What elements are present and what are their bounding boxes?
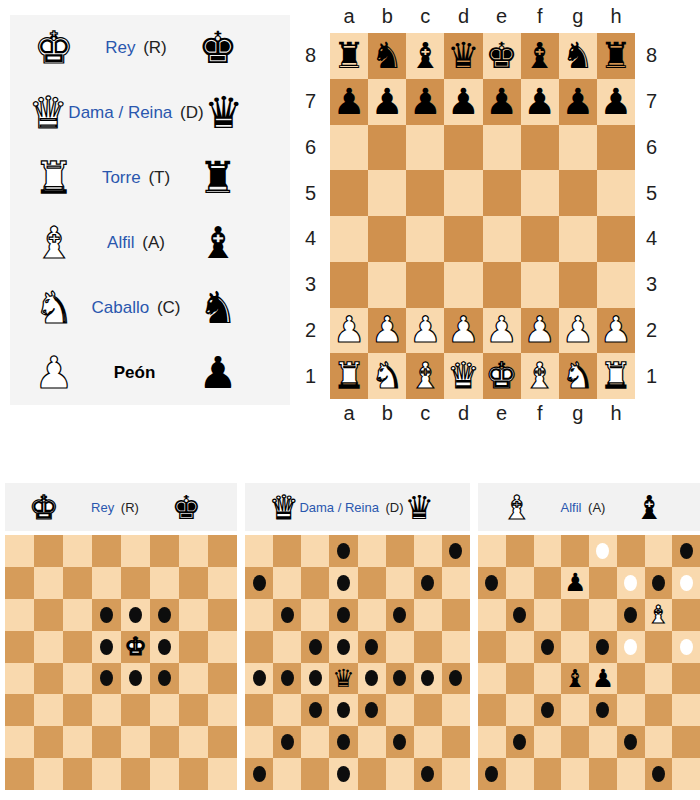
square-r4c6[interactable]	[386, 631, 414, 663]
square-r3c6[interactable]	[617, 599, 645, 631]
square-r3c8[interactable]	[442, 599, 470, 631]
black-move-dot	[281, 734, 294, 750]
square-r4c6[interactable]	[150, 631, 179, 663]
square-r4c3[interactable]	[63, 631, 92, 663]
square-r5c5[interactable]	[358, 663, 386, 695]
square-r2c1[interactable]	[478, 567, 506, 599]
square-r2c2[interactable]	[34, 567, 63, 599]
square-r4c6[interactable]	[617, 631, 645, 663]
square-r6c1[interactable]	[478, 694, 506, 726]
square-r6c5[interactable]	[589, 694, 617, 726]
square-r5c1[interactable]	[5, 663, 34, 695]
square-r1c7[interactable]	[179, 535, 208, 567]
square-e3[interactable]	[483, 262, 521, 308]
square-r7c4[interactable]	[329, 726, 357, 758]
white-bishop-icon: ♝	[502, 491, 532, 524]
square-r7c7[interactable]	[179, 726, 208, 758]
square-r1c3[interactable]	[534, 535, 562, 567]
square-r8c3[interactable]	[63, 758, 92, 790]
square-r2c8[interactable]	[442, 567, 470, 599]
square-r4c1[interactable]	[245, 631, 273, 663]
square-r7c7[interactable]	[645, 726, 673, 758]
file-label-c: c	[406, 3, 444, 29]
square-c2[interactable]: ♟	[406, 308, 444, 354]
square-r7c3[interactable]	[534, 726, 562, 758]
square-r2c7[interactable]	[645, 567, 673, 599]
square-e2[interactable]: ♟	[483, 308, 521, 354]
rank-label-8: 8	[638, 33, 666, 79]
square-r2c4[interactable]: ♟	[561, 567, 589, 599]
black-move-dot	[393, 670, 406, 686]
square-r4c5[interactable]	[589, 631, 617, 663]
square-a4[interactable]	[330, 216, 368, 262]
square-c7[interactable]: ♟	[406, 79, 444, 125]
square-g2[interactable]: ♟	[559, 308, 597, 354]
square-r3c6[interactable]	[386, 599, 414, 631]
square-r6c2[interactable]	[34, 694, 63, 726]
piece-abbr-text: (D)	[180, 103, 204, 122]
square-r8c3[interactable]	[534, 758, 562, 790]
black-move-dot	[680, 543, 693, 559]
square-r7c4[interactable]	[561, 726, 589, 758]
square-d2[interactable]: ♟	[444, 308, 482, 354]
legend-label-dama: Dama / Reina (D)	[68, 103, 203, 123]
square-r6c1[interactable]	[5, 694, 34, 726]
square-r7c8[interactable]	[208, 726, 237, 758]
black-pawn-icon: ♟	[447, 84, 479, 120]
square-r5c4[interactable]	[92, 663, 121, 695]
square-r7c5[interactable]	[589, 726, 617, 758]
black-move-dot	[253, 766, 266, 782]
square-r4c3[interactable]	[534, 631, 562, 663]
square-r8c8[interactable]	[208, 758, 237, 790]
square-r1c1[interactable]	[245, 535, 273, 567]
square-r1c3[interactable]	[63, 535, 92, 567]
square-r4c4[interactable]	[561, 631, 589, 663]
square-r3c3[interactable]	[301, 599, 329, 631]
square-r3c7[interactable]	[414, 599, 442, 631]
file-label-a: a	[330, 400, 368, 426]
square-a5[interactable]	[330, 170, 368, 216]
square-f2[interactable]: ♟	[521, 308, 559, 354]
square-g3[interactable]	[559, 262, 597, 308]
square-r3c2[interactable]	[34, 599, 63, 631]
square-a6[interactable]	[330, 125, 368, 171]
square-g7[interactable]: ♟	[559, 79, 597, 125]
black-king-icon: ♚	[171, 491, 201, 524]
square-r1c8[interactable]	[672, 535, 700, 567]
file-label-g: g	[559, 3, 597, 29]
square-r6c1[interactable]	[245, 694, 273, 726]
square-r2c4[interactable]	[329, 567, 357, 599]
square-d3[interactable]	[444, 262, 482, 308]
square-r5c1[interactable]	[478, 663, 506, 695]
black-pawn-icon: ♟	[562, 84, 594, 120]
square-r8c6[interactable]	[150, 758, 179, 790]
square-r2c6[interactable]	[150, 567, 179, 599]
square-r4c4[interactable]	[92, 631, 121, 663]
square-r3c8[interactable]	[672, 599, 700, 631]
square-r8c6[interactable]	[386, 758, 414, 790]
square-h3[interactable]	[597, 262, 635, 308]
square-d7[interactable]: ♟	[444, 79, 482, 125]
square-h6[interactable]	[597, 125, 635, 171]
white-king-icon: ♚	[28, 26, 80, 70]
square-r2c3[interactable]	[63, 567, 92, 599]
square-a7[interactable]: ♟	[330, 79, 368, 125]
square-r1c7[interactable]	[414, 535, 442, 567]
square-r7c6[interactable]	[150, 726, 179, 758]
white-queen-icon: ♛	[447, 358, 479, 394]
square-r4c1[interactable]	[478, 631, 506, 663]
square-r5c4[interactable]: ♛	[329, 663, 357, 695]
square-g6[interactable]	[559, 125, 597, 171]
king-moves-board: ♚	[5, 535, 237, 790]
square-r5c5[interactable]: ♟	[589, 663, 617, 695]
legend-row-caballo: ♞ Caballo (C) ♞	[10, 275, 290, 340]
square-r5c3[interactable]	[301, 663, 329, 695]
square-b3[interactable]	[368, 262, 406, 308]
square-r5c7[interactable]	[645, 663, 673, 695]
square-r6c2[interactable]	[273, 694, 301, 726]
square-b1[interactable]: ♞	[368, 353, 406, 399]
square-r7c6[interactable]	[617, 726, 645, 758]
square-r1c2[interactable]	[273, 535, 301, 567]
square-r7c1[interactable]	[245, 726, 273, 758]
square-r7c3[interactable]	[63, 726, 92, 758]
black-move-dot	[393, 607, 406, 623]
square-r3c8[interactable]	[208, 599, 237, 631]
square-d5[interactable]	[444, 170, 482, 216]
black-move-dot	[513, 734, 526, 750]
square-r6c8[interactable]	[442, 694, 470, 726]
square-r8c1[interactable]	[478, 758, 506, 790]
square-r2c6[interactable]	[617, 567, 645, 599]
square-r1c1[interactable]	[478, 535, 506, 567]
square-r7c2[interactable]	[506, 726, 534, 758]
square-r3c4[interactable]	[329, 599, 357, 631]
square-r5c6[interactable]	[617, 663, 645, 695]
square-r1c6[interactable]	[150, 535, 179, 567]
square-r7c5[interactable]	[121, 726, 150, 758]
square-r2c6[interactable]	[386, 567, 414, 599]
square-r7c3[interactable]	[301, 726, 329, 758]
square-r1c5[interactable]	[121, 535, 150, 567]
square-a2[interactable]: ♟	[330, 308, 368, 354]
rank-label-5: 5	[638, 170, 666, 216]
square-h4[interactable]	[597, 216, 635, 262]
square-r2c5[interactable]	[589, 567, 617, 599]
black-knight-icon: ♞	[371, 38, 403, 74]
square-h1[interactable]: ♜	[597, 353, 635, 399]
square-r6c4[interactable]	[561, 694, 589, 726]
square-r8c4[interactable]	[329, 758, 357, 790]
square-r3c1[interactable]	[5, 599, 34, 631]
square-r5c2[interactable]	[506, 663, 534, 695]
square-r6c3[interactable]	[63, 694, 92, 726]
square-r1c6[interactable]	[617, 535, 645, 567]
square-r3c1[interactable]	[478, 599, 506, 631]
square-r6c8[interactable]	[672, 694, 700, 726]
square-e6[interactable]	[483, 125, 521, 171]
square-r4c2[interactable]	[273, 631, 301, 663]
square-r8c5[interactable]	[358, 758, 386, 790]
square-g8[interactable]: ♞	[559, 33, 597, 79]
square-r1c4[interactable]	[329, 535, 357, 567]
square-r3c3[interactable]	[63, 599, 92, 631]
square-c6[interactable]	[406, 125, 444, 171]
square-b6[interactable]	[368, 125, 406, 171]
square-b2[interactable]: ♟	[368, 308, 406, 354]
square-r3c4[interactable]	[561, 599, 589, 631]
square-r1c4[interactable]	[92, 535, 121, 567]
square-r7c4[interactable]	[92, 726, 121, 758]
square-r2c4[interactable]	[92, 567, 121, 599]
black-king-icon: ♚	[192, 26, 244, 70]
black-move-dot	[100, 607, 113, 623]
square-g5[interactable]	[559, 170, 597, 216]
square-e4[interactable]	[483, 216, 521, 262]
square-r2c3[interactable]	[534, 567, 562, 599]
square-d6[interactable]	[444, 125, 482, 171]
square-r1c2[interactable]	[506, 535, 534, 567]
square-r8c8[interactable]	[442, 758, 470, 790]
square-r6c2[interactable]	[506, 694, 534, 726]
square-r5c2[interactable]	[273, 663, 301, 695]
square-f4[interactable]	[521, 216, 559, 262]
square-r4c2[interactable]	[506, 631, 534, 663]
square-r3c3[interactable]	[534, 599, 562, 631]
square-g1[interactable]: ♞	[559, 353, 597, 399]
square-r4c8[interactable]	[442, 631, 470, 663]
square-r2c5[interactable]	[121, 567, 150, 599]
mini-board-title-dama: Dama / Reina (D)	[299, 500, 403, 515]
square-r5c3[interactable]	[63, 663, 92, 695]
square-r5c4[interactable]: ♝	[561, 663, 589, 695]
square-d4[interactable]	[444, 216, 482, 262]
square-r5c8[interactable]	[208, 663, 237, 695]
piece-abbr-text: (R)	[143, 38, 167, 57]
square-r1c1[interactable]	[5, 535, 34, 567]
square-r7c1[interactable]	[478, 726, 506, 758]
square-r3c7[interactable]	[179, 599, 208, 631]
black-move-dot	[281, 607, 294, 623]
square-r4c8[interactable]	[208, 631, 237, 663]
square-r4c8[interactable]	[672, 631, 700, 663]
square-r3c1[interactable]	[245, 599, 273, 631]
square-r1c5[interactable]	[589, 535, 617, 567]
square-r1c3[interactable]	[301, 535, 329, 567]
square-r6c5[interactable]	[358, 694, 386, 726]
square-r6c6[interactable]	[617, 694, 645, 726]
square-f3[interactable]	[521, 262, 559, 308]
square-r3c4[interactable]	[92, 599, 121, 631]
square-b8[interactable]: ♞	[368, 33, 406, 79]
square-r4c5[interactable]	[358, 631, 386, 663]
square-r8c5[interactable]	[121, 758, 150, 790]
white-pawn-icon: ♟	[485, 312, 517, 348]
square-a8[interactable]: ♜	[330, 33, 368, 79]
file-labels-bottom: abcdefgh	[330, 400, 635, 426]
rank-label-8: 8	[296, 33, 324, 79]
square-r8c7[interactable]	[645, 758, 673, 790]
square-r8c6[interactable]	[617, 758, 645, 790]
file-label-h: h	[597, 400, 635, 426]
square-b5[interactable]	[368, 170, 406, 216]
square-r8c4[interactable]	[561, 758, 589, 790]
square-e7[interactable]: ♟	[483, 79, 521, 125]
square-r1c8[interactable]	[442, 535, 470, 567]
black-king-icon: ♚	[485, 38, 517, 74]
square-r3c2[interactable]	[273, 599, 301, 631]
square-r8c2[interactable]	[506, 758, 534, 790]
square-b7[interactable]: ♟	[368, 79, 406, 125]
piece-abbr-text: (T)	[148, 168, 170, 187]
square-r5c3[interactable]	[534, 663, 562, 695]
square-r4c3[interactable]	[301, 631, 329, 663]
square-r8c1[interactable]	[245, 758, 273, 790]
square-r2c7[interactable]	[414, 567, 442, 599]
square-r2c8[interactable]	[672, 567, 700, 599]
square-r5c2[interactable]	[34, 663, 63, 695]
square-r8c1[interactable]	[5, 758, 34, 790]
square-r5c7[interactable]	[179, 663, 208, 695]
square-r7c1[interactable]	[5, 726, 34, 758]
square-r4c7[interactable]	[179, 631, 208, 663]
legend-row-dama: ♛ Dama / Reina (D) ♛	[10, 80, 290, 145]
square-c5[interactable]	[406, 170, 444, 216]
square-r6c5[interactable]	[121, 694, 150, 726]
square-r7c5[interactable]	[358, 726, 386, 758]
square-b4[interactable]	[368, 216, 406, 262]
square-r4c7[interactable]	[645, 631, 673, 663]
square-d1[interactable]: ♛	[444, 353, 482, 399]
black-move-dot	[596, 702, 609, 718]
square-r6c7[interactable]	[414, 694, 442, 726]
black-queen-icon: ♛	[404, 491, 434, 524]
square-r8c2[interactable]	[34, 758, 63, 790]
square-r8c2[interactable]	[273, 758, 301, 790]
square-h2[interactable]: ♟	[597, 308, 635, 354]
square-r7c8[interactable]	[442, 726, 470, 758]
square-a3[interactable]	[330, 262, 368, 308]
square-r4c7[interactable]	[414, 631, 442, 663]
black-move-dot	[129, 670, 142, 686]
square-r4c5[interactable]: ♚	[121, 631, 150, 663]
square-f5[interactable]	[521, 170, 559, 216]
square-r4c1[interactable]	[5, 631, 34, 663]
square-r2c2[interactable]	[273, 567, 301, 599]
square-e1[interactable]: ♚	[483, 353, 521, 399]
square-r6c3[interactable]	[534, 694, 562, 726]
square-h8[interactable]: ♜	[597, 33, 635, 79]
square-f6[interactable]	[521, 125, 559, 171]
square-r3c6[interactable]	[150, 599, 179, 631]
legend-row-peon: ♟ Peón ♟	[10, 340, 290, 405]
square-r3c5[interactable]	[121, 599, 150, 631]
square-r8c7[interactable]	[414, 758, 442, 790]
square-r5c7[interactable]	[414, 663, 442, 695]
square-r2c8[interactable]	[208, 567, 237, 599]
piece-legend: ♚ Rey (R) ♚ ♛ Dama / Reina (D) ♛ ♜ Torre…	[10, 15, 290, 405]
square-r8c4[interactable]	[92, 758, 121, 790]
file-label-h: h	[597, 3, 635, 29]
square-a1[interactable]: ♜	[330, 353, 368, 399]
square-r5c5[interactable]	[121, 663, 150, 695]
square-r5c6[interactable]	[150, 663, 179, 695]
square-c1[interactable]: ♝	[406, 353, 444, 399]
square-r5c8[interactable]	[442, 663, 470, 695]
square-e5[interactable]	[483, 170, 521, 216]
square-r6c4[interactable]	[92, 694, 121, 726]
square-r7c7[interactable]	[414, 726, 442, 758]
square-r1c5[interactable]	[358, 535, 386, 567]
square-r3c5[interactable]	[358, 599, 386, 631]
square-r2c2[interactable]	[506, 567, 534, 599]
square-r8c5[interactable]	[589, 758, 617, 790]
square-d8[interactable]: ♛	[444, 33, 482, 79]
square-r1c4[interactable]	[561, 535, 589, 567]
square-r5c6[interactable]	[386, 663, 414, 695]
square-r1c7[interactable]	[645, 535, 673, 567]
square-r6c3[interactable]	[301, 694, 329, 726]
square-r6c7[interactable]	[645, 694, 673, 726]
square-c3[interactable]	[406, 262, 444, 308]
square-r1c8[interactable]	[208, 535, 237, 567]
file-label-e: e	[483, 400, 521, 426]
square-h7[interactable]: ♟	[597, 79, 635, 125]
square-r8c3[interactable]	[301, 758, 329, 790]
square-r7c8[interactable]	[672, 726, 700, 758]
mini-board-header-dama: ♛ Dama / Reina (D) ♛	[245, 483, 470, 531]
square-r5c8[interactable]	[672, 663, 700, 695]
square-r1c6[interactable]	[386, 535, 414, 567]
square-r6c4[interactable]	[329, 694, 357, 726]
square-r2c1[interactable]	[5, 567, 34, 599]
square-r5c1[interactable]	[245, 663, 273, 695]
square-r6c7[interactable]	[179, 694, 208, 726]
square-r1c2[interactable]	[34, 535, 63, 567]
square-r6c8[interactable]	[208, 694, 237, 726]
square-r3c2[interactable]	[506, 599, 534, 631]
white-queen-icon: ♛	[269, 491, 299, 524]
square-h5[interactable]	[597, 170, 635, 216]
square-r7c2[interactable]	[273, 726, 301, 758]
square-r2c7[interactable]	[179, 567, 208, 599]
square-r2c1[interactable]	[245, 567, 273, 599]
white-pawn-icon: ♟	[600, 312, 632, 348]
square-r6c6[interactable]	[386, 694, 414, 726]
square-r2c3[interactable]	[301, 567, 329, 599]
square-r6c6[interactable]	[150, 694, 179, 726]
square-r4c2[interactable]	[34, 631, 63, 663]
square-r3c5[interactable]	[589, 599, 617, 631]
square-f8[interactable]: ♝	[521, 33, 559, 79]
square-f7[interactable]: ♟	[521, 79, 559, 125]
square-c4[interactable]	[406, 216, 444, 262]
square-c8[interactable]: ♝	[406, 33, 444, 79]
square-e8[interactable]: ♚	[483, 33, 521, 79]
square-r4c4[interactable]	[329, 631, 357, 663]
square-r2c5[interactable]	[358, 567, 386, 599]
square-r8c7[interactable]	[179, 758, 208, 790]
square-r8c8[interactable]	[672, 758, 700, 790]
square-r3c7[interactable]: ♝	[645, 599, 673, 631]
square-g4[interactable]	[559, 216, 597, 262]
square-r7c2[interactable]	[34, 726, 63, 758]
square-f1[interactable]: ♝	[521, 353, 559, 399]
square-r7c6[interactable]	[386, 726, 414, 758]
